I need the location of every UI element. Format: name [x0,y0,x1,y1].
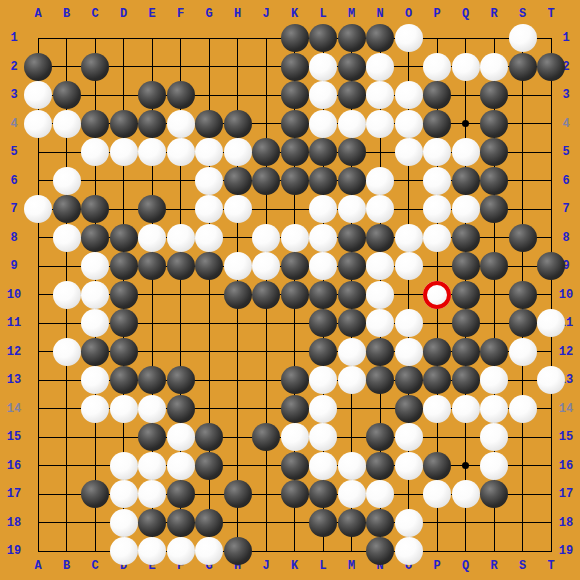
row-label-4-right: 4 [553,117,579,131]
stone-black-R4[interactable] [480,110,508,138]
row-label-17-left: 17 [1,487,27,501]
stone-black-G16[interactable] [195,452,223,480]
stone-white-O19[interactable] [395,537,423,565]
row-label-18-right: 18 [553,516,579,530]
stone-white-H9[interactable] [224,252,252,280]
stone-white-O11[interactable] [395,309,423,337]
stone-black-A2[interactable] [24,53,52,81]
stone-black-M9[interactable] [338,252,366,280]
stone-white-N7[interactable] [366,195,394,223]
stone-white-K15[interactable] [281,423,309,451]
stone-black-N15[interactable] [366,423,394,451]
col-label-G-top: G [195,7,223,21]
stone-white-F5[interactable] [167,138,195,166]
stone-white-F15[interactable] [167,423,195,451]
stone-white-T13[interactable] [537,366,565,394]
col-label-Q-bottom: Q [452,559,480,573]
stone-black-N13[interactable] [366,366,394,394]
col-label-A-bottom: A [24,559,52,573]
stone-white-L15[interactable] [309,423,337,451]
grid-line-vertical [551,38,552,552]
col-label-P-bottom: P [423,559,451,573]
col-label-N-top: N [366,7,394,21]
row-label-18-left: 18 [1,516,27,530]
stone-black-P12[interactable] [423,338,451,366]
stone-black-N12[interactable] [366,338,394,366]
col-label-P-top: P [423,7,451,21]
stone-black-N1[interactable] [366,24,394,52]
stone-black-D13[interactable] [110,366,138,394]
stone-white-L16[interactable] [309,452,337,480]
col-label-K-bottom: K [281,559,309,573]
stone-white-Q14[interactable] [452,395,480,423]
stone-black-K17[interactable] [281,480,309,508]
row-label-1-left: 1 [1,31,27,45]
row-label-17-right: 17 [553,487,579,501]
stone-white-D17[interactable] [110,480,138,508]
stone-black-J15[interactable] [252,423,280,451]
stone-white-G6[interactable] [195,167,223,195]
row-label-12-right: 12 [553,345,579,359]
row-label-6-left: 6 [1,174,27,188]
stone-black-S2[interactable] [509,53,537,81]
stone-white-G7[interactable] [195,195,223,223]
stone-white-S12[interactable] [509,338,537,366]
stone-white-C5[interactable] [81,138,109,166]
row-label-16-right: 16 [553,459,579,473]
stone-black-J10[interactable] [252,281,280,309]
stone-black-H10[interactable] [224,281,252,309]
row-label-15-right: 15 [553,430,579,444]
stone-black-N16[interactable] [366,452,394,480]
stone-white-Q5[interactable] [452,138,480,166]
stone-white-E14[interactable] [138,395,166,423]
stone-black-G18[interactable] [195,509,223,537]
stone-white-S14[interactable] [509,395,537,423]
stone-white-O15[interactable] [395,423,423,451]
stone-white-R15[interactable] [480,423,508,451]
stone-white-B10[interactable] [53,281,81,309]
row-label-3-right: 3 [553,88,579,102]
stone-black-E15[interactable] [138,423,166,451]
stone-white-B6[interactable] [53,167,81,195]
col-label-R-bottom: R [480,559,508,573]
stone-black-R7[interactable] [480,195,508,223]
stone-white-A7[interactable] [24,195,52,223]
stone-white-C9[interactable] [81,252,109,280]
stone-white-C14[interactable] [81,395,109,423]
stone-black-R3[interactable] [480,81,508,109]
row-label-14-left: 14 [1,402,27,416]
col-label-C-bottom: C [81,559,109,573]
stone-black-E18[interactable] [138,509,166,537]
col-label-Q-top: Q [452,7,480,21]
stone-black-G4[interactable] [195,110,223,138]
stone-black-L10[interactable] [309,281,337,309]
stone-white-J9[interactable] [252,252,280,280]
stone-white-D16[interactable] [110,452,138,480]
row-label-6-right: 6 [553,174,579,188]
stone-black-D8[interactable] [110,224,138,252]
stone-black-B7[interactable] [53,195,81,223]
stone-white-D19[interactable] [110,537,138,565]
stone-black-Q6[interactable] [452,167,480,195]
stone-white-C13[interactable] [81,366,109,394]
row-label-16-left: 16 [1,459,27,473]
stone-white-C10[interactable] [81,281,109,309]
stone-black-L1[interactable] [309,24,337,52]
stone-white-B12[interactable] [53,338,81,366]
row-label-11-left: 11 [1,316,27,330]
stone-white-P6[interactable] [423,167,451,195]
col-label-O-top: O [395,7,423,21]
stone-white-P8[interactable] [423,224,451,252]
stone-black-M18[interactable] [338,509,366,537]
stone-black-D9[interactable] [110,252,138,280]
stone-white-P5[interactable] [423,138,451,166]
stone-white-O5[interactable] [395,138,423,166]
row-label-9-left: 9 [1,259,27,273]
stone-white-N4[interactable] [366,110,394,138]
row-label-15-left: 15 [1,430,27,444]
stone-black-H17[interactable] [224,480,252,508]
col-label-M-top: M [338,7,366,21]
stone-black-O14[interactable] [395,395,423,423]
stone-black-E4[interactable] [138,110,166,138]
stone-black-H6[interactable] [224,167,252,195]
stone-white-L4[interactable] [309,110,337,138]
stone-white-P14[interactable] [423,395,451,423]
stone-black-M8[interactable] [338,224,366,252]
col-label-J-top: J [252,7,280,21]
stone-white-O4[interactable] [395,110,423,138]
row-label-12-left: 12 [1,345,27,359]
col-label-B-bottom: B [53,559,81,573]
stone-black-P16[interactable] [423,452,451,480]
stone-black-K1[interactable] [281,24,309,52]
stone-black-N18[interactable] [366,509,394,537]
stone-black-L12[interactable] [309,338,337,366]
stone-black-K13[interactable] [281,366,309,394]
stone-black-R5[interactable] [480,138,508,166]
stone-white-L9[interactable] [309,252,337,280]
stone-black-C7[interactable] [81,195,109,223]
stone-black-M6[interactable] [338,167,366,195]
stone-black-N8[interactable] [366,224,394,252]
stone-black-R12[interactable] [480,338,508,366]
stone-white-T11[interactable] [537,309,565,337]
col-label-T-bottom: T [537,559,565,573]
row-label-8-right: 8 [553,231,579,245]
col-label-F-top: F [167,7,195,21]
stone-black-D12[interactable] [110,338,138,366]
row-label-10-left: 10 [1,288,27,302]
stone-white-P7[interactable] [423,195,451,223]
stone-white-M17[interactable] [338,480,366,508]
go-board[interactable]: AABBCCDDEEFFGGHHJJKKLLMMNNOOPPQQRRSSTT11… [0,0,580,580]
stone-black-H19[interactable] [224,537,252,565]
row-label-19-right: 19 [553,544,579,558]
stone-white-D5[interactable] [110,138,138,166]
stone-white-O16[interactable] [395,452,423,480]
stone-black-B3[interactable] [53,81,81,109]
row-label-19-left: 19 [1,544,27,558]
stone-black-F13[interactable] [167,366,195,394]
stone-black-L17[interactable] [309,480,337,508]
stone-black-R6[interactable] [480,167,508,195]
stone-white-L2[interactable] [309,53,337,81]
stone-black-G15[interactable] [195,423,223,451]
row-label-10-right: 10 [553,288,579,302]
stone-black-E9[interactable] [138,252,166,280]
stone-white-J8[interactable] [252,224,280,252]
col-label-S-top: S [509,7,537,21]
stone-black-Q13[interactable] [452,366,480,394]
stone-white-L13[interactable] [309,366,337,394]
stone-black-K2[interactable] [281,53,309,81]
stone-white-Q7[interactable] [452,195,480,223]
stone-white-N3[interactable] [366,81,394,109]
stone-white-R13[interactable] [480,366,508,394]
stone-black-L11[interactable] [309,309,337,337]
stone-white-N6[interactable] [366,167,394,195]
stone-white-P2[interactable] [423,53,451,81]
row-label-5-left: 5 [1,145,27,159]
col-label-K-top: K [281,7,309,21]
stone-black-P3[interactable] [423,81,451,109]
stone-black-K16[interactable] [281,452,309,480]
stone-white-G19[interactable] [195,537,223,565]
stone-black-R9[interactable] [480,252,508,280]
stone-black-L5[interactable] [309,138,337,166]
stone-black-C8[interactable] [81,224,109,252]
stone-white-R2[interactable] [480,53,508,81]
stone-white-L8[interactable] [309,224,337,252]
stone-black-N19[interactable] [366,537,394,565]
stone-white-Q17[interactable] [452,480,480,508]
stone-white-O9[interactable] [395,252,423,280]
stone-white-M7[interactable] [338,195,366,223]
col-label-L-top: L [309,7,337,21]
stone-black-M11[interactable] [338,309,366,337]
stone-white-S1[interactable] [509,24,537,52]
col-label-S-bottom: S [509,559,537,573]
row-label-14-right: 14 [553,402,579,416]
stone-black-F14[interactable] [167,395,195,423]
stone-white-O1[interactable] [395,24,423,52]
stone-black-M2[interactable] [338,53,366,81]
stone-white-G8[interactable] [195,224,223,252]
col-label-L-bottom: L [309,559,337,573]
col-label-T-top: T [537,7,565,21]
stone-white-L7[interactable] [309,195,337,223]
stone-black-E7[interactable] [138,195,166,223]
stone-white-A4[interactable] [24,110,52,138]
stone-black-J6[interactable] [252,167,280,195]
row-label-13-left: 13 [1,373,27,387]
stone-white-C11[interactable] [81,309,109,337]
stone-white-O8[interactable] [395,224,423,252]
stone-white-F4[interactable] [167,110,195,138]
stone-black-G9[interactable] [195,252,223,280]
stone-black-J5[interactable] [252,138,280,166]
stone-white-M12[interactable] [338,338,366,366]
col-label-M-bottom: M [338,559,366,573]
col-label-B-top: B [53,7,81,21]
stone-black-Q12[interactable] [452,338,480,366]
stone-white-M13[interactable] [338,366,366,394]
stone-white-A3[interactable] [24,81,52,109]
stone-black-L18[interactable] [309,509,337,537]
stone-black-K4[interactable] [281,110,309,138]
stone-white-P10[interactable] [423,281,451,309]
stone-white-F16[interactable] [167,452,195,480]
stone-black-K14[interactable] [281,395,309,423]
stone-white-H7[interactable] [224,195,252,223]
stone-white-N17[interactable] [366,480,394,508]
stone-black-S8[interactable] [509,224,537,252]
stone-black-K9[interactable] [281,252,309,280]
stone-white-L3[interactable] [309,81,337,109]
stone-black-C17[interactable] [81,480,109,508]
stone-white-Q2[interactable] [452,53,480,81]
stone-black-M1[interactable] [338,24,366,52]
col-label-A-top: A [24,7,52,21]
stone-black-C12[interactable] [81,338,109,366]
stone-white-F8[interactable] [167,224,195,252]
stone-black-Q10[interactable] [452,281,480,309]
stone-black-M5[interactable] [338,138,366,166]
stone-white-B4[interactable] [53,110,81,138]
stone-black-F3[interactable] [167,81,195,109]
stone-black-K3[interactable] [281,81,309,109]
stone-black-Q9[interactable] [452,252,480,280]
col-label-C-top: C [81,7,109,21]
stone-white-D14[interactable] [110,395,138,423]
stone-black-P13[interactable] [423,366,451,394]
stone-black-Q8[interactable] [452,224,480,252]
stone-white-O3[interactable] [395,81,423,109]
stone-white-E19[interactable] [138,537,166,565]
stone-black-R17[interactable] [480,480,508,508]
col-label-E-top: E [138,7,166,21]
stone-black-K5[interactable] [281,138,309,166]
stone-white-L14[interactable] [309,395,337,423]
stone-black-K6[interactable] [281,167,309,195]
stone-black-P4[interactable] [423,110,451,138]
stone-black-F18[interactable] [167,509,195,537]
stone-white-K8[interactable] [281,224,309,252]
stone-white-R16[interactable] [480,452,508,480]
row-label-8-left: 8 [1,231,27,245]
stone-white-N10[interactable] [366,281,394,309]
stone-white-H5[interactable] [224,138,252,166]
stone-white-E17[interactable] [138,480,166,508]
stone-white-G5[interactable] [195,138,223,166]
stone-black-D11[interactable] [110,309,138,337]
stone-black-F9[interactable] [167,252,195,280]
stone-black-M10[interactable] [338,281,366,309]
stone-black-E3[interactable] [138,81,166,109]
stone-white-E5[interactable] [138,138,166,166]
stone-white-N2[interactable] [366,53,394,81]
col-label-R-top: R [480,7,508,21]
col-label-J-bottom: J [252,559,280,573]
stone-black-O13[interactable] [395,366,423,394]
stone-black-T9[interactable] [537,252,565,280]
stone-white-E8[interactable] [138,224,166,252]
stone-black-S10[interactable] [509,281,537,309]
stone-black-S11[interactable] [509,309,537,337]
stone-white-F19[interactable] [167,537,195,565]
stone-white-N9[interactable] [366,252,394,280]
stone-white-P17[interactable] [423,480,451,508]
col-label-H-top: H [224,7,252,21]
stone-black-L6[interactable] [309,167,337,195]
stone-black-T2[interactable] [537,53,565,81]
star-point-Q4 [462,120,469,127]
stone-black-M3[interactable] [338,81,366,109]
stone-black-F17[interactable] [167,480,195,508]
stone-white-N11[interactable] [366,309,394,337]
row-label-5-right: 5 [553,145,579,159]
row-label-1-right: 1 [553,31,579,45]
stone-white-M4[interactable] [338,110,366,138]
stone-white-M16[interactable] [338,452,366,480]
star-point-Q16 [462,462,469,469]
stone-black-E13[interactable] [138,366,166,394]
col-label-D-top: D [110,7,138,21]
stone-white-R14[interactable] [480,395,508,423]
stone-black-H4[interactable] [224,110,252,138]
stone-white-D18[interactable] [110,509,138,537]
stone-black-C4[interactable] [81,110,109,138]
stone-white-E16[interactable] [138,452,166,480]
stone-black-C2[interactable] [81,53,109,81]
stone-white-B8[interactable] [53,224,81,252]
stone-white-O18[interactable] [395,509,423,537]
stone-black-Q11[interactable] [452,309,480,337]
row-label-7-right: 7 [553,202,579,216]
stone-white-O12[interactable] [395,338,423,366]
stone-black-D4[interactable] [110,110,138,138]
stone-black-K10[interactable] [281,281,309,309]
stone-black-D10[interactable] [110,281,138,309]
